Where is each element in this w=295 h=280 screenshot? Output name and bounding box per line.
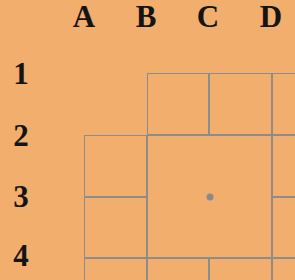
- tile-1x1-C1[interactable]: [209, 73, 272, 135]
- tile-1x1-D2[interactable]: [272, 135, 295, 197]
- row-label-2: 2: [13, 120, 29, 151]
- tile-1x1-B4[interactable]: [147, 258, 209, 280]
- row-label-4: 4: [13, 240, 29, 271]
- tile-grid: [0, 0, 295, 280]
- row-label-3: 3: [13, 181, 29, 212]
- tile-1x1-A4[interactable]: [84, 258, 147, 280]
- tile-1x1-D4[interactable]: [272, 258, 295, 280]
- row-label-1: 1: [13, 58, 29, 89]
- tile-1x1-B1[interactable]: [147, 73, 209, 135]
- empty-cell-A1[interactable]: [84, 73, 147, 135]
- tile-1x1-C4[interactable]: [209, 258, 272, 280]
- tile-1x1-A2[interactable]: [84, 135, 147, 197]
- board: ABCD1234: [0, 0, 295, 280]
- col-label-C: C: [197, 1, 219, 32]
- tile-2x2-B2[interactable]: [147, 135, 272, 258]
- tile-1x1-A3[interactable]: [84, 197, 147, 258]
- tile-1x1-D1[interactable]: [272, 73, 295, 135]
- tile-center-dot: [206, 193, 213, 200]
- tile-1x1-D3[interactable]: [272, 197, 295, 258]
- col-label-B: B: [136, 1, 157, 32]
- col-label-A: A: [73, 1, 95, 32]
- col-label-D: D: [260, 1, 282, 32]
